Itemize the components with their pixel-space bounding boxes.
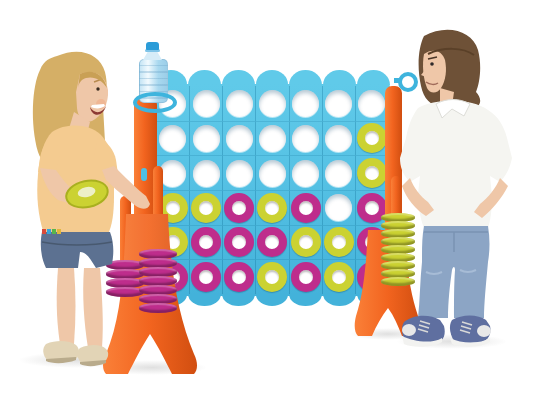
magenta-disc bbox=[291, 262, 321, 292]
board-cell-r2c6 bbox=[322, 121, 355, 156]
girl-figure bbox=[2, 46, 152, 378]
girl-left-leg bbox=[57, 268, 76, 344]
yellow-disc bbox=[291, 227, 321, 257]
board-cell-r4c5 bbox=[289, 190, 322, 225]
top-scallop bbox=[256, 70, 289, 85]
empty-hole bbox=[325, 160, 352, 187]
empty-hole bbox=[259, 125, 286, 152]
empty-hole bbox=[226, 125, 253, 152]
empty-hole bbox=[259, 90, 286, 117]
board-cell-r2c2 bbox=[189, 121, 222, 156]
board-cell-r1c5 bbox=[289, 86, 322, 121]
product-photo-scene bbox=[0, 0, 533, 404]
top-scallop bbox=[323, 70, 356, 85]
magenta-disc bbox=[224, 262, 254, 292]
boy-polo bbox=[400, 101, 512, 228]
board-cell-r6c4 bbox=[255, 259, 288, 294]
board-cell-r2c5 bbox=[289, 121, 322, 156]
empty-hole bbox=[325, 125, 352, 152]
girl-right-leg bbox=[83, 268, 103, 348]
empty-hole bbox=[159, 125, 186, 152]
empty-hole bbox=[292, 160, 319, 187]
boy-eye bbox=[430, 62, 434, 66]
boy-right-sneaker-toe bbox=[477, 325, 491, 337]
board-cell-r2c7 bbox=[355, 121, 388, 156]
board-cell-r3c4 bbox=[255, 155, 288, 190]
top-scallop bbox=[188, 70, 221, 85]
board-cell-r2c3 bbox=[222, 121, 255, 156]
boy-figure bbox=[388, 26, 533, 356]
girl-shorts bbox=[41, 232, 114, 268]
magenta-disc bbox=[291, 193, 321, 223]
board-cell-r4c3 bbox=[222, 190, 255, 225]
board-cell-r5c4 bbox=[255, 225, 288, 260]
board-cell-r1c6 bbox=[322, 86, 355, 121]
yellow-disc bbox=[257, 193, 287, 223]
empty-hole bbox=[193, 125, 220, 152]
board-cell-r3c5 bbox=[289, 155, 322, 190]
empty-hole bbox=[325, 194, 352, 221]
board-cell-r2c4 bbox=[255, 121, 288, 156]
empty-hole bbox=[292, 125, 319, 152]
board-cell-r5c3 bbox=[222, 225, 255, 260]
top-scallop bbox=[357, 70, 390, 85]
empty-hole bbox=[325, 90, 352, 117]
board-cell-r6c3 bbox=[222, 259, 255, 294]
magenta-disc bbox=[224, 227, 254, 257]
yellow-disc bbox=[357, 123, 387, 153]
empty-hole bbox=[226, 90, 253, 117]
bottom-scallop bbox=[222, 294, 255, 306]
board-cell-r4c4 bbox=[255, 190, 288, 225]
boy-left-sneaker-toe bbox=[402, 324, 416, 336]
magenta-disc bbox=[224, 193, 254, 223]
board-cell-r1c3 bbox=[222, 86, 255, 121]
magenta-disc bbox=[257, 227, 287, 257]
yellow-disc bbox=[257, 262, 287, 292]
empty-hole bbox=[358, 90, 385, 117]
board-cell-r6c5 bbox=[289, 259, 322, 294]
top-scallop bbox=[289, 70, 322, 85]
board-cell-r1c7 bbox=[355, 86, 388, 121]
board-cell-r5c5 bbox=[289, 225, 322, 260]
board-cell-r3c3 bbox=[222, 155, 255, 190]
top-scallop bbox=[222, 70, 255, 85]
empty-hole bbox=[259, 160, 286, 187]
empty-hole bbox=[292, 90, 319, 117]
board-top-scalloped-edge bbox=[154, 70, 390, 85]
bottom-scallop bbox=[289, 294, 322, 306]
board-cell-r2c1 bbox=[156, 121, 189, 156]
bottom-scallop bbox=[256, 294, 289, 306]
girl-eye bbox=[96, 87, 99, 90]
empty-hole bbox=[226, 160, 253, 187]
board-cell-r1c2 bbox=[189, 86, 222, 121]
board-cell-r1c4 bbox=[255, 86, 288, 121]
empty-hole bbox=[193, 90, 220, 117]
